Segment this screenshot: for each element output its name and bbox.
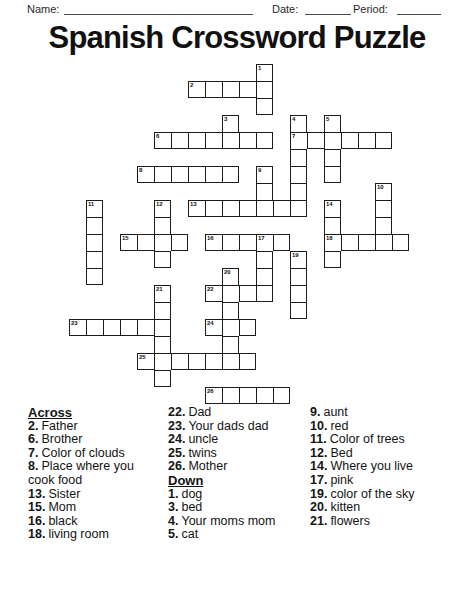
clue-text: uncle [188, 432, 218, 446]
grid-cell-r14c5[interactable] [154, 302, 171, 319]
clue-text: cat [181, 527, 198, 541]
clue-down-1: 1.dog [168, 488, 318, 502]
grid-cell-r15c3[interactable] [120, 319, 137, 336]
clue-num: 8. [28, 459, 38, 473]
down-header: Down [168, 474, 318, 488]
clue-number-3: 3 [224, 116, 227, 122]
clue-down-4: 4.Your moms mom [168, 515, 318, 529]
clue-down-17: 17.pink [310, 474, 470, 488]
worksheet-title: Spanish Crossword Puzzle [0, 21, 474, 55]
grid-cell-r8c13[interactable] [290, 200, 307, 217]
clue-across-7: 7.Color of clouds [28, 447, 154, 461]
grid-cell-r4c16[interactable] [341, 132, 358, 149]
clue-num: 15. [28, 500, 45, 514]
clue-number-23: 23 [71, 320, 77, 326]
grid-cell-r8c8[interactable] [205, 200, 222, 217]
clue-down-19: 19.color of the sky [310, 488, 470, 502]
clue-text: Bed [330, 446, 352, 460]
clue-num: 11. [310, 432, 327, 446]
grid-cell-r11c1[interactable] [86, 251, 103, 268]
grid-cell-r1c7[interactable]: 2 [188, 81, 205, 98]
grid-cell-r7c18[interactable]: 10 [375, 183, 392, 200]
grid-cell-r10c11[interactable]: 17 [256, 234, 273, 251]
grid-cell-r10c3[interactable]: 15 [120, 234, 137, 251]
clue-num: 22. [168, 405, 185, 419]
grid-cell-r10c18[interactable] [375, 234, 392, 251]
clue-text: pink [330, 473, 353, 487]
clue-number-22: 22 [207, 286, 213, 292]
grid-cell-r15c8[interactable]: 24 [205, 319, 222, 336]
grid-cell-r8c9[interactable] [222, 200, 239, 217]
clue-number-2: 2 [190, 82, 193, 88]
clue-number-21: 21 [156, 286, 162, 292]
clue-num: 25. [168, 446, 185, 460]
clue-number-16: 16 [207, 235, 213, 241]
grid-cell-r11c11[interactable] [256, 251, 273, 268]
grid-cell-r14c13[interactable] [290, 302, 307, 319]
grid-cell-r9c15[interactable] [324, 217, 341, 234]
clue-text: kitten [330, 500, 360, 514]
grid-cell-r6c7[interactable] [188, 166, 205, 183]
grid-cell-r17c6[interactable] [171, 353, 188, 370]
period-blank-line[interactable] [397, 3, 441, 15]
clue-num: 9. [310, 405, 320, 419]
grid-cell-r3c9[interactable]: 3 [222, 115, 239, 132]
grid-cell-r4c8[interactable] [205, 132, 222, 149]
clue-text: Your dads dad [188, 419, 268, 433]
grid-cell-r15c10[interactable] [239, 319, 256, 336]
grid-cell-r17c9[interactable] [222, 353, 239, 370]
clue-text: red [330, 419, 348, 433]
grid-cell-r10c6[interactable] [171, 234, 188, 251]
clue-column-middle: 22.Dad23.Your dads dad24.uncle25.twins26… [168, 406, 318, 542]
clue-num: 1. [168, 487, 178, 501]
grid-cell-r13c11[interactable] [256, 285, 273, 302]
grid-cell-r18c5[interactable] [154, 370, 171, 387]
grid-cell-r5c13[interactable] [290, 149, 307, 166]
grid-cell-r10c8[interactable]: 16 [205, 234, 222, 251]
clue-column-across: Across2.Father6.Brother7.Color of clouds… [28, 406, 154, 542]
grid-cell-r7c11[interactable] [256, 183, 273, 200]
clue-number-24: 24 [207, 320, 213, 326]
clue-column-down: 9.aunt10.red11.Color of trees12.Bed14.Wh… [310, 406, 470, 528]
clue-number-12: 12 [156, 201, 162, 207]
grid-cell-r15c9[interactable] [222, 319, 239, 336]
grid-cell-r10c19[interactable] [392, 234, 409, 251]
clue-text: Place where you cook food [28, 459, 134, 487]
clue-down-5: 5.cat [168, 528, 318, 542]
grid-cell-r4c10[interactable] [239, 132, 256, 149]
clue-text: bed [181, 500, 202, 514]
clue-num: 5. [168, 527, 178, 541]
date-blank-line[interactable] [305, 3, 351, 15]
clue-across-18: 18.living room [28, 528, 154, 542]
clue-num: 26. [168, 459, 185, 473]
grid-cell-r8c5[interactable]: 12 [154, 200, 171, 217]
date-label: Date: [272, 3, 298, 15]
grid-cell-r4c5[interactable]: 6 [154, 132, 171, 149]
grid-cell-r12c13[interactable] [290, 268, 307, 285]
grid-cell-r12c1[interactable] [86, 268, 103, 285]
clue-down-9: 9.aunt [310, 406, 470, 420]
clue-num: 18. [28, 527, 45, 541]
grid-cell-r10c1[interactable] [86, 234, 103, 251]
clue-num: 2. [28, 419, 38, 433]
grid-cell-r10c10[interactable] [239, 234, 256, 251]
grid-cell-r10c17[interactable] [358, 234, 375, 251]
crossword-grid: 1234567891011121314151617181920212223242… [69, 64, 409, 404]
grid-cell-r15c5[interactable] [154, 319, 171, 336]
grid-cell-r9c18[interactable] [375, 217, 392, 234]
clue-text: black [48, 514, 77, 528]
clue-across-25: 25.twins [168, 447, 318, 461]
clue-num: 16. [28, 514, 45, 528]
grid-cell-r6c5[interactable] [154, 166, 171, 183]
clue-num: 3. [168, 500, 178, 514]
grid-cell-r4c18[interactable] [375, 132, 392, 149]
grid-cell-r4c15[interactable] [324, 132, 341, 149]
grid-cell-r3c15[interactable]: 5 [324, 115, 341, 132]
grid-cell-r10c15[interactable]: 18 [324, 234, 341, 251]
grid-cell-r10c4[interactable] [137, 234, 154, 251]
clue-across-16: 16.black [28, 515, 154, 529]
clue-num: 17. [310, 473, 327, 487]
clue-number-18: 18 [326, 235, 332, 241]
grid-cell-r4c7[interactable] [188, 132, 205, 149]
grid-cell-r11c13[interactable]: 19 [290, 251, 307, 268]
clue-num: 6. [28, 432, 38, 446]
grid-cell-r6c4[interactable]: 8 [137, 166, 154, 183]
clue-across-23: 23.Your dads dad [168, 420, 318, 434]
clue-number-17: 17 [258, 235, 264, 241]
clue-text: Dad [188, 405, 211, 419]
grid-cell-r1c8[interactable] [205, 81, 222, 98]
clue-text: dog [181, 487, 202, 501]
grid-cell-r1c11[interactable] [256, 81, 273, 98]
clue-across-13: 13.Sister [28, 488, 154, 502]
clue-down-3: 3.bed [168, 501, 318, 515]
grid-cell-r17c8[interactable] [205, 353, 222, 370]
clue-num: 4. [168, 514, 178, 528]
clue-down-21: 21.flowers [310, 515, 470, 529]
clue-text: Father [41, 419, 77, 433]
grid-cell-r13c8[interactable]: 22 [205, 285, 222, 302]
grid-cell-r4c14[interactable] [307, 132, 324, 149]
clue-text: flowers [330, 514, 370, 528]
grid-cell-r15c4[interactable] [137, 319, 154, 336]
grid-cell-r9c1[interactable] [86, 217, 103, 234]
grid-cell-r15c1[interactable] [86, 319, 103, 336]
grid-cell-r4c9[interactable] [222, 132, 239, 149]
clue-number-10: 10 [377, 184, 383, 190]
clue-number-19: 19 [292, 252, 298, 258]
grid-cell-r11c5[interactable] [154, 251, 171, 268]
clue-across-26: 26.Mother [168, 460, 318, 474]
clue-across-22: 22.Dad [168, 406, 318, 420]
clue-number-11: 11 [88, 201, 94, 207]
grid-cell-r13c9[interactable] [222, 285, 239, 302]
grid-cell-r10c5[interactable] [154, 234, 171, 251]
clue-down-12: 12.Bed [310, 447, 470, 461]
grid-cell-r19c10[interactable] [239, 387, 256, 404]
clue-number-9: 9 [258, 167, 261, 173]
clue-num: 12. [310, 446, 327, 460]
clue-number-25: 25 [139, 354, 145, 360]
period-label: Period: [353, 3, 388, 15]
grid-cell-r12c9[interactable]: 20 [222, 268, 239, 285]
clue-text: aunt [323, 405, 347, 419]
grid-cell-r11c15[interactable] [324, 251, 341, 268]
grid-cell-r17c7[interactable] [188, 353, 205, 370]
clue-number-4: 4 [292, 116, 295, 122]
grid-cell-r12c11[interactable] [256, 268, 273, 285]
grid-cell-r4c13[interactable]: 7 [290, 132, 307, 149]
clue-text: twins [188, 446, 216, 460]
clue-number-6: 6 [156, 133, 159, 139]
grid-cell-r17c10[interactable] [239, 353, 256, 370]
grid-cell-r8c12[interactable] [273, 200, 290, 217]
clue-text: Your moms mom [181, 514, 275, 528]
grid-cell-r4c17[interactable] [358, 132, 375, 149]
grid-cell-r9c5[interactable] [154, 217, 171, 234]
grid-cell-r14c9[interactable] [222, 302, 239, 319]
grid-cell-r6c15[interactable] [324, 166, 341, 183]
grid-cell-r15c2[interactable] [103, 319, 120, 336]
clue-number-20: 20 [224, 269, 230, 275]
grid-cell-r6c9[interactable] [222, 166, 239, 183]
grid-cell-r19c9[interactable] [222, 387, 239, 404]
name-label: Name: [27, 3, 59, 15]
grid-cell-r19c11[interactable] [256, 387, 273, 404]
clue-num: 20. [310, 500, 327, 514]
clue-number-26: 26 [207, 388, 213, 394]
clue-number-8: 8 [139, 167, 142, 173]
clue-text: Color of trees [330, 432, 405, 446]
grid-cell-r16c5[interactable] [154, 336, 171, 353]
clue-text: color of the sky [330, 487, 414, 501]
grid-cell-r16c9[interactable] [222, 336, 239, 353]
grid-cell-r4c6[interactable] [171, 132, 188, 149]
clue-num: 21. [310, 514, 327, 528]
clue-num: 24. [168, 432, 185, 446]
clue-across-6: 6.Brother [28, 433, 154, 447]
clue-num: 10. [310, 419, 327, 433]
grid-cell-r4c11[interactable] [256, 132, 273, 149]
grid-cell-r19c12[interactable] [273, 387, 290, 404]
clue-number-15: 15 [122, 235, 128, 241]
grid-cell-r10c9[interactable] [222, 234, 239, 251]
clue-number-13: 13 [190, 201, 196, 207]
grid-cell-r10c16[interactable] [341, 234, 358, 251]
grid-cell-r8c10[interactable] [239, 200, 256, 217]
clue-down-10: 10.red [310, 420, 470, 434]
clue-text: Color of clouds [41, 446, 124, 460]
clue-number-7: 7 [292, 133, 295, 139]
clue-num: 23. [168, 419, 185, 433]
clue-text: Brother [41, 432, 82, 446]
clue-across-15: 15.Mom [28, 501, 154, 515]
grid-cell-r5c15[interactable] [324, 149, 341, 166]
clue-down-20: 20.kitten [310, 501, 470, 515]
grid-cell-r8c11[interactable] [256, 200, 273, 217]
clue-down-14: 14.Where you live [310, 460, 470, 474]
clue-text: Where you live [330, 459, 413, 473]
grid-cell-r7c13[interactable] [290, 183, 307, 200]
grid-cell-r13c5[interactable]: 21 [154, 285, 171, 302]
clue-number-5: 5 [326, 116, 329, 122]
grid-cell-r8c15[interactable]: 14 [324, 200, 341, 217]
clue-number-1: 1 [258, 65, 261, 71]
grid-cell-r2c11[interactable] [256, 98, 273, 115]
grid-cell-r17c5[interactable] [154, 353, 171, 370]
grid-cell-r17c4[interactable]: 25 [137, 353, 154, 370]
across-header: Across [28, 406, 154, 420]
grid-cell-r8c18[interactable] [375, 200, 392, 217]
grid-cell-r6c13[interactable] [290, 166, 307, 183]
grid-cell-r10c12[interactable] [273, 234, 290, 251]
clue-across-8: 8.Place where you cook food [28, 460, 154, 487]
clue-num: 19. [310, 487, 327, 501]
clue-num: 13. [28, 487, 45, 501]
clue-across-24: 24.uncle [168, 433, 318, 447]
clue-text: living room [48, 527, 108, 541]
clue-num: 14. [310, 459, 327, 473]
grid-cell-r8c7[interactable]: 13 [188, 200, 205, 217]
clue-across-2: 2.Father [28, 420, 154, 434]
grid-cell-r0c11[interactable]: 1 [256, 64, 273, 81]
clue-text: Mother [188, 459, 227, 473]
grid-cell-r6c11[interactable]: 9 [256, 166, 273, 183]
clue-down-11: 11.Color of trees [310, 433, 470, 447]
clue-num: 7. [28, 446, 38, 460]
clue-number-14: 14 [326, 201, 332, 207]
clue-text: Mom [48, 500, 76, 514]
grid-cell-r8c1[interactable]: 11 [86, 200, 103, 217]
name-blank-line[interactable] [64, 3, 253, 15]
worksheet: Name: Date: Period: Spanish Crossword Pu… [0, 0, 474, 613]
grid-cell-r6c8[interactable] [205, 166, 222, 183]
grid-cell-r1c9[interactable] [222, 81, 239, 98]
clue-text: Sister [48, 487, 80, 501]
grid-cell-r15c0[interactable]: 23 [69, 319, 86, 336]
grid-cell-r19c8[interactable]: 26 [205, 387, 222, 404]
grid-cell-r3c13[interactable]: 4 [290, 115, 307, 132]
grid-cell-r13c13[interactable] [290, 285, 307, 302]
grid-cell-r13c10[interactable] [239, 285, 256, 302]
grid-cell-r6c6[interactable] [171, 166, 188, 183]
grid-cell-r1c10[interactable] [239, 81, 256, 98]
